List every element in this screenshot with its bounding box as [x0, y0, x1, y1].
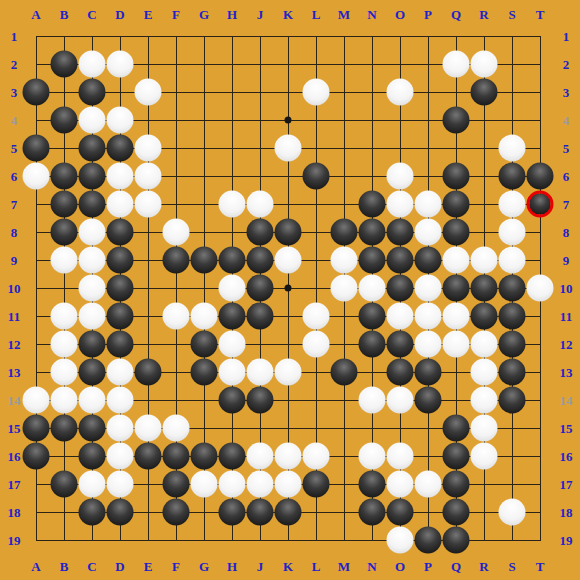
column-label-bottom: N: [367, 560, 376, 573]
black-stone-Q4[interactable]: [443, 107, 470, 134]
white-stone-D17[interactable]: [107, 471, 134, 498]
row-label-left: 12: [8, 338, 21, 351]
black-stone-S11[interactable]: [499, 303, 526, 330]
white-stone-O16[interactable]: [387, 443, 414, 470]
black-stone-O12[interactable]: [387, 331, 414, 358]
white-stone-J16[interactable]: [247, 443, 274, 470]
row-label-left: 13: [8, 366, 21, 379]
row-label-left: 7: [11, 198, 18, 211]
star-point: [285, 117, 292, 124]
black-stone-H16[interactable]: [219, 443, 246, 470]
white-stone-E5[interactable]: [135, 135, 162, 162]
star-point: [285, 285, 292, 292]
row-label-left: 10: [8, 282, 21, 295]
white-stone-L16[interactable]: [303, 443, 330, 470]
white-stone-Q9[interactable]: [443, 247, 470, 274]
black-stone-M13[interactable]: [331, 359, 358, 386]
black-stone-J9[interactable]: [247, 247, 274, 274]
black-stone-A3[interactable]: [23, 79, 50, 106]
black-stone-E16[interactable]: [135, 443, 162, 470]
row-label-left: 6: [11, 170, 18, 183]
black-stone-B15[interactable]: [51, 415, 78, 442]
black-stone-S10[interactable]: [499, 275, 526, 302]
white-stone-C17[interactable]: [79, 471, 106, 498]
white-stone-D7[interactable]: [107, 191, 134, 218]
black-stone-P13[interactable]: [415, 359, 442, 386]
white-stone-B9[interactable]: [51, 247, 78, 274]
column-label-top: P: [424, 8, 432, 21]
column-label-bottom: R: [479, 560, 488, 573]
column-label-top: E: [144, 8, 153, 21]
white-stone-L12[interactable]: [303, 331, 330, 358]
black-stone-T7[interactable]: [527, 191, 554, 218]
column-label-top: F: [172, 8, 180, 21]
row-label-right: 8: [563, 226, 570, 239]
black-stone-P14[interactable]: [415, 387, 442, 414]
column-label-bottom: D: [115, 560, 124, 573]
black-stone-F9[interactable]: [163, 247, 190, 274]
black-stone-N7[interactable]: [359, 191, 386, 218]
white-stone-H10[interactable]: [219, 275, 246, 302]
black-stone-C5[interactable]: [79, 135, 106, 162]
white-stone-N14[interactable]: [359, 387, 386, 414]
white-stone-A14[interactable]: [23, 387, 50, 414]
black-stone-H18[interactable]: [219, 499, 246, 526]
column-label-top: S: [508, 8, 515, 21]
black-stone-C7[interactable]: [79, 191, 106, 218]
black-stone-J11[interactable]: [247, 303, 274, 330]
white-stone-D15[interactable]: [107, 415, 134, 442]
black-stone-B8[interactable]: [51, 219, 78, 246]
black-stone-A15[interactable]: [23, 415, 50, 442]
white-stone-O6[interactable]: [387, 163, 414, 190]
column-label-top: C: [87, 8, 96, 21]
black-stone-O10[interactable]: [387, 275, 414, 302]
white-stone-C10[interactable]: [79, 275, 106, 302]
column-label-top: N: [367, 8, 376, 21]
white-stone-E15[interactable]: [135, 415, 162, 442]
row-label-right: 15: [560, 422, 573, 435]
white-stone-H7[interactable]: [219, 191, 246, 218]
white-stone-H13[interactable]: [219, 359, 246, 386]
black-stone-J10[interactable]: [247, 275, 274, 302]
white-stone-L3[interactable]: [303, 79, 330, 106]
white-stone-S5[interactable]: [499, 135, 526, 162]
row-label-right: 12: [560, 338, 573, 351]
black-stone-Q18[interactable]: [443, 499, 470, 526]
white-stone-O17[interactable]: [387, 471, 414, 498]
column-label-bottom: H: [227, 560, 237, 573]
column-label-top: J: [257, 8, 264, 21]
white-stone-E7[interactable]: [135, 191, 162, 218]
white-stone-D4[interactable]: [107, 107, 134, 134]
white-stone-J17[interactable]: [247, 471, 274, 498]
row-label-left: 3: [11, 86, 18, 99]
row-label-right: 4: [563, 114, 570, 127]
row-label-right: 3: [563, 86, 570, 99]
white-stone-G11[interactable]: [191, 303, 218, 330]
column-label-bottom: L: [312, 560, 321, 573]
black-stone-M8[interactable]: [331, 219, 358, 246]
white-stone-R13[interactable]: [471, 359, 498, 386]
black-stone-Q19[interactable]: [443, 527, 470, 554]
black-stone-B2[interactable]: [51, 51, 78, 78]
white-stone-M9[interactable]: [331, 247, 358, 274]
column-label-top: Q: [451, 8, 461, 21]
black-stone-H14[interactable]: [219, 387, 246, 414]
white-stone-K16[interactable]: [275, 443, 302, 470]
black-stone-D18[interactable]: [107, 499, 134, 526]
white-stone-A6[interactable]: [23, 163, 50, 190]
white-stone-C11[interactable]: [79, 303, 106, 330]
row-label-left: 16: [8, 450, 21, 463]
white-stone-P11[interactable]: [415, 303, 442, 330]
column-label-bottom: G: [199, 560, 209, 573]
black-stone-O9[interactable]: [387, 247, 414, 274]
black-stone-C3[interactable]: [79, 79, 106, 106]
white-stone-C8[interactable]: [79, 219, 106, 246]
white-stone-T10[interactable]: [527, 275, 554, 302]
white-stone-S8[interactable]: [499, 219, 526, 246]
white-stone-O19[interactable]: [387, 527, 414, 554]
row-label-right: 2: [563, 58, 570, 71]
column-label-bottom: P: [424, 560, 432, 573]
white-stone-E6[interactable]: [135, 163, 162, 190]
row-label-right: 17: [560, 478, 573, 491]
black-stone-C18[interactable]: [79, 499, 106, 526]
white-stone-P17[interactable]: [415, 471, 442, 498]
row-label-left: 1: [11, 30, 18, 43]
white-stone-O11[interactable]: [387, 303, 414, 330]
black-stone-Q15[interactable]: [443, 415, 470, 442]
white-stone-K9[interactable]: [275, 247, 302, 274]
black-stone-N12[interactable]: [359, 331, 386, 358]
white-stone-S9[interactable]: [499, 247, 526, 274]
black-stone-N8[interactable]: [359, 219, 386, 246]
black-stone-Q10[interactable]: [443, 275, 470, 302]
black-stone-R11[interactable]: [471, 303, 498, 330]
black-stone-O13[interactable]: [387, 359, 414, 386]
white-stone-P10[interactable]: [415, 275, 442, 302]
black-stone-D8[interactable]: [107, 219, 134, 246]
black-stone-H11[interactable]: [219, 303, 246, 330]
white-stone-C2[interactable]: [79, 51, 106, 78]
white-stone-J13[interactable]: [247, 359, 274, 386]
column-label-top: D: [115, 8, 124, 21]
white-stone-M10[interactable]: [331, 275, 358, 302]
column-label-top: M: [338, 8, 350, 21]
row-label-left: 18: [8, 506, 21, 519]
black-stone-L6[interactable]: [303, 163, 330, 190]
column-label-top: T: [536, 8, 545, 21]
white-stone-R9[interactable]: [471, 247, 498, 274]
black-stone-J14[interactable]: [247, 387, 274, 414]
black-stone-S13[interactable]: [499, 359, 526, 386]
black-stone-B17[interactable]: [51, 471, 78, 498]
white-stone-K13[interactable]: [275, 359, 302, 386]
row-label-right: 1: [563, 30, 570, 43]
black-stone-R3[interactable]: [471, 79, 498, 106]
white-stone-P8[interactable]: [415, 219, 442, 246]
row-label-right: 7: [563, 198, 570, 211]
black-stone-C13[interactable]: [79, 359, 106, 386]
row-label-right: 6: [563, 170, 570, 183]
white-stone-C4[interactable]: [79, 107, 106, 134]
column-label-top: B: [60, 8, 69, 21]
column-label-bottom: A: [31, 560, 40, 573]
row-label-left: 15: [8, 422, 21, 435]
white-stone-Q2[interactable]: [443, 51, 470, 78]
column-label-bottom: E: [144, 560, 153, 573]
black-stone-Q16[interactable]: [443, 443, 470, 470]
column-label-top: K: [283, 8, 293, 21]
white-stone-H12[interactable]: [219, 331, 246, 358]
white-stone-D16[interactable]: [107, 443, 134, 470]
black-stone-F18[interactable]: [163, 499, 190, 526]
black-stone-G12[interactable]: [191, 331, 218, 358]
white-stone-D14[interactable]: [107, 387, 134, 414]
black-stone-S14[interactable]: [499, 387, 526, 414]
white-stone-N10[interactable]: [359, 275, 386, 302]
row-label-right: 11: [560, 310, 572, 323]
black-stone-S6[interactable]: [499, 163, 526, 190]
row-label-left: 19: [8, 534, 21, 547]
black-stone-D9[interactable]: [107, 247, 134, 274]
row-label-left: 8: [11, 226, 18, 239]
white-stone-R12[interactable]: [471, 331, 498, 358]
white-stone-P7[interactable]: [415, 191, 442, 218]
column-label-bottom: J: [257, 560, 264, 573]
black-stone-G16[interactable]: [191, 443, 218, 470]
white-stone-D2[interactable]: [107, 51, 134, 78]
black-stone-J18[interactable]: [247, 499, 274, 526]
black-stone-D12[interactable]: [107, 331, 134, 358]
column-label-bottom: O: [395, 560, 405, 573]
white-stone-J7[interactable]: [247, 191, 274, 218]
black-stone-Q7[interactable]: [443, 191, 470, 218]
row-label-right: 5: [563, 142, 570, 155]
row-label-right: 18: [560, 506, 573, 519]
column-label-top: O: [395, 8, 405, 21]
black-stone-K18[interactable]: [275, 499, 302, 526]
black-stone-A16[interactable]: [23, 443, 50, 470]
white-stone-R16[interactable]: [471, 443, 498, 470]
black-stone-K8[interactable]: [275, 219, 302, 246]
column-label-bottom: S: [508, 560, 515, 573]
column-label-bottom: B: [60, 560, 69, 573]
white-stone-N16[interactable]: [359, 443, 386, 470]
black-stone-C6[interactable]: [79, 163, 106, 190]
white-stone-S18[interactable]: [499, 499, 526, 526]
white-stone-F8[interactable]: [163, 219, 190, 246]
white-stone-K17[interactable]: [275, 471, 302, 498]
row-label-left: 11: [8, 310, 20, 323]
white-stone-Q11[interactable]: [443, 303, 470, 330]
white-stone-K5[interactable]: [275, 135, 302, 162]
black-stone-N18[interactable]: [359, 499, 386, 526]
go-board-app: AABBCCDDEEFFGGHHJJKKLLMMNNOOPPQQRRSSTT11…: [0, 0, 580, 580]
white-stone-E3[interactable]: [135, 79, 162, 106]
black-stone-C15[interactable]: [79, 415, 106, 442]
white-stone-B12[interactable]: [51, 331, 78, 358]
black-stone-C16[interactable]: [79, 443, 106, 470]
black-stone-Q17[interactable]: [443, 471, 470, 498]
black-stone-D11[interactable]: [107, 303, 134, 330]
white-stone-B14[interactable]: [51, 387, 78, 414]
row-label-left: 5: [11, 142, 18, 155]
column-label-bottom: C: [87, 560, 96, 573]
row-label-left: 14: [8, 394, 21, 407]
white-stone-C9[interactable]: [79, 247, 106, 274]
black-stone-B7[interactable]: [51, 191, 78, 218]
white-stone-B11[interactable]: [51, 303, 78, 330]
white-stone-L11[interactable]: [303, 303, 330, 330]
white-stone-O14[interactable]: [387, 387, 414, 414]
black-stone-A5[interactable]: [23, 135, 50, 162]
black-stone-Q6[interactable]: [443, 163, 470, 190]
black-stone-P19[interactable]: [415, 527, 442, 554]
white-stone-S7[interactable]: [499, 191, 526, 218]
black-stone-F17[interactable]: [163, 471, 190, 498]
row-label-right: 16: [560, 450, 573, 463]
white-stone-F15[interactable]: [163, 415, 190, 442]
black-stone-N17[interactable]: [359, 471, 386, 498]
black-stone-F16[interactable]: [163, 443, 190, 470]
black-stone-T6[interactable]: [527, 163, 554, 190]
black-stone-B6[interactable]: [51, 163, 78, 190]
row-label-right: 9: [563, 254, 570, 267]
row-label-left: 2: [11, 58, 18, 71]
black-stone-H9[interactable]: [219, 247, 246, 274]
column-label-top: A: [31, 8, 40, 21]
black-stone-O18[interactable]: [387, 499, 414, 526]
white-stone-P12[interactable]: [415, 331, 442, 358]
white-stone-C14[interactable]: [79, 387, 106, 414]
white-stone-D6[interactable]: [107, 163, 134, 190]
white-stone-F11[interactable]: [163, 303, 190, 330]
white-stone-O7[interactable]: [387, 191, 414, 218]
row-label-left: 9: [11, 254, 18, 267]
black-stone-O8[interactable]: [387, 219, 414, 246]
white-stone-G17[interactable]: [191, 471, 218, 498]
white-stone-R14[interactable]: [471, 387, 498, 414]
black-stone-Q8[interactable]: [443, 219, 470, 246]
column-label-bottom: M: [338, 560, 350, 573]
black-stone-J8[interactable]: [247, 219, 274, 246]
black-stone-N11[interactable]: [359, 303, 386, 330]
black-stone-P9[interactable]: [415, 247, 442, 274]
column-label-top: L: [312, 8, 321, 21]
row-label-left: 4: [11, 114, 18, 127]
black-stone-L17[interactable]: [303, 471, 330, 498]
black-stone-R10[interactable]: [471, 275, 498, 302]
column-label-bottom: Q: [451, 560, 461, 573]
white-stone-R15[interactable]: [471, 415, 498, 442]
row-label-right: 13: [560, 366, 573, 379]
black-stone-C12[interactable]: [79, 331, 106, 358]
white-stone-R2[interactable]: [471, 51, 498, 78]
column-label-bottom: F: [172, 560, 180, 573]
white-stone-O3[interactable]: [387, 79, 414, 106]
row-label-right: 10: [560, 282, 573, 295]
black-stone-N9[interactable]: [359, 247, 386, 274]
black-stone-E13[interactable]: [135, 359, 162, 386]
column-label-top: G: [199, 8, 209, 21]
column-label-top: H: [227, 8, 237, 21]
white-stone-D13[interactable]: [107, 359, 134, 386]
row-label-right: 19: [560, 534, 573, 547]
black-stone-D5[interactable]: [107, 135, 134, 162]
column-label-top: R: [479, 8, 488, 21]
black-stone-S12[interactable]: [499, 331, 526, 358]
black-stone-G9[interactable]: [191, 247, 218, 274]
column-label-bottom: K: [283, 560, 293, 573]
black-stone-G13[interactable]: [191, 359, 218, 386]
white-stone-B13[interactable]: [51, 359, 78, 386]
row-label-right: 14: [560, 394, 573, 407]
white-stone-Q12[interactable]: [443, 331, 470, 358]
row-label-left: 17: [8, 478, 21, 491]
white-stone-H17[interactable]: [219, 471, 246, 498]
black-stone-D10[interactable]: [107, 275, 134, 302]
column-label-bottom: T: [536, 560, 545, 573]
black-stone-B4[interactable]: [51, 107, 78, 134]
